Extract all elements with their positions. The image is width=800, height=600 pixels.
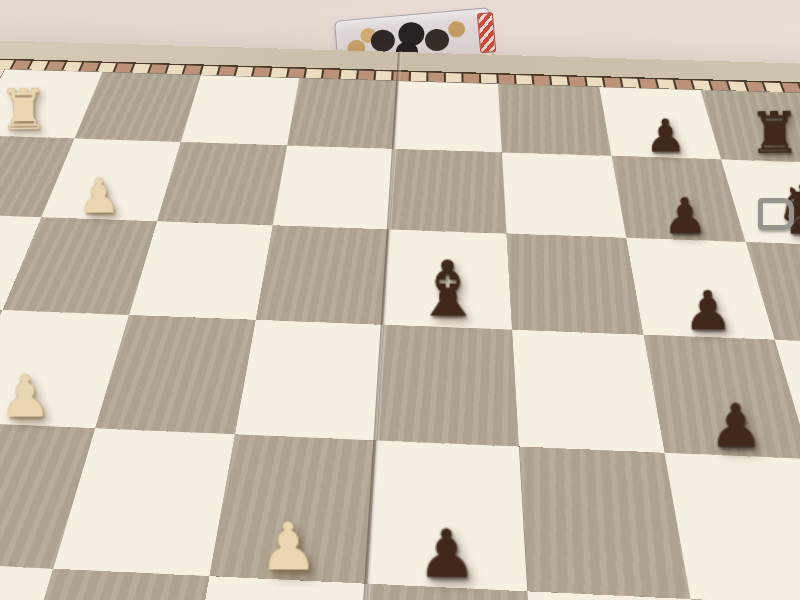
light-spare-piece: [447, 21, 465, 38]
piece-black-pawn-d5[interactable]: ♟: [417, 521, 478, 588]
square-g5[interactable]: [389, 149, 507, 233]
board-inlay-border: ♜♟♜♞♟♟♞♝♝♟♝♚♟♟♛♛♟♟♚♝♟♞♟♟♟♞♜♟♟♜: [0, 58, 800, 600]
square-d6[interactable]: [519, 447, 690, 600]
piece-black-bishop-f5[interactable]: ♝: [413, 251, 482, 327]
square-f7[interactable]: ♟: [626, 237, 775, 339]
piece-white-pawn-d4[interactable]: ♟: [258, 514, 318, 580]
piece-black-rook-h8[interactable]: ♜: [749, 105, 800, 162]
box-clasp: [762, 196, 798, 226]
piece-black-pawn-f7[interactable]: ♟: [683, 283, 733, 337]
square-g3[interactable]: [157, 142, 287, 225]
scene: ♜♟♜♞♟♟♞♝♝♟♝♚♟♟♛♛♟♟♚♝♟♞♟♟♟♞♜♟♟♜: [0, 0, 800, 600]
piece-white-knight-g1[interactable]: ♞: [0, 149, 16, 215]
board-frame: ♜♟♜♞♟♟♞♝♝♟♝♚♟♟♛♛♟♟♚♝♟♞♟♟♟♞♜♟♟♜: [0, 40, 800, 600]
square-e5[interactable]: [376, 324, 519, 446]
piece-white-pawn-e2[interactable]: ♟: [0, 367, 52, 425]
dark-checker-piece: [370, 29, 396, 53]
bag-zip-tab: [477, 12, 496, 53]
square-e7[interactable]: ♟: [643, 334, 800, 458]
square-d5[interactable]: ♟: [368, 440, 528, 591]
square-h3[interactable]: [180, 75, 299, 145]
chess-board: ♜♟♜♞♟♟♞♝♝♟♝♚♟♟♛♛♟♟♚♝♟♞♟♟♟♞♜♟♟♜: [0, 40, 800, 600]
piece-black-pawn-e7[interactable]: ♟: [708, 396, 763, 456]
square-h5[interactable]: [394, 81, 502, 152]
square-d4[interactable]: ♟: [209, 434, 376, 584]
piece-black-pawn-h7[interactable]: ♟: [644, 113, 686, 159]
piece-black-pawn-g7[interactable]: ♟: [662, 191, 707, 240]
square-f6[interactable]: [507, 233, 643, 334]
clasp-hook-icon: [758, 198, 794, 230]
square-f4[interactable]: [255, 225, 389, 325]
piece-white-pawn-g2[interactable]: ♟: [78, 171, 121, 219]
square-f5[interactable]: ♝: [383, 229, 512, 329]
board-grid: ♜♟♜♞♟♟♞♝♝♟♝♚♟♟♛♛♟♟♚♝♟♞♟♟♟♞♜♟♟♜: [0, 69, 800, 600]
square-e4[interactable]: [235, 320, 384, 441]
square-h4[interactable]: [287, 78, 398, 149]
square-h6[interactable]: [498, 84, 611, 156]
square-e6[interactable]: [513, 329, 664, 452]
square-g4[interactable]: [272, 146, 394, 229]
dark-checker-piece: [424, 28, 450, 52]
square-g6[interactable]: [502, 153, 625, 238]
piece-white-rook-h1[interactable]: ♜: [0, 82, 48, 138]
